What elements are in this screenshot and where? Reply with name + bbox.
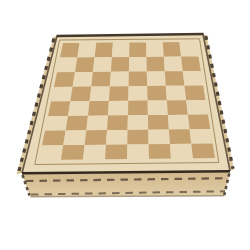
square-a1[interactable] — [39, 145, 63, 160]
square-d5[interactable] — [109, 86, 129, 101]
square-d2[interactable] — [106, 130, 128, 145]
square-g7[interactable] — [164, 57, 183, 72]
square-e7[interactable] — [129, 57, 147, 72]
square-b3[interactable] — [66, 116, 88, 131]
square-g1[interactable] — [170, 144, 193, 159]
square-e3[interactable] — [128, 115, 149, 130]
square-h4[interactable] — [186, 100, 208, 115]
square-g8[interactable] — [163, 42, 181, 57]
chess-box-svg — [0, 0, 250, 250]
square-h3[interactable] — [188, 115, 210, 130]
square-a8[interactable] — [60, 43, 80, 58]
square-h6[interactable] — [183, 71, 203, 86]
square-b4[interactable] — [68, 101, 90, 116]
chessboard — [39, 42, 215, 160]
square-c8[interactable] — [95, 43, 113, 58]
square-f6[interactable] — [147, 71, 166, 86]
square-d8[interactable] — [112, 43, 130, 58]
square-g3[interactable] — [168, 115, 190, 130]
square-c3[interactable] — [86, 116, 108, 131]
square-h7[interactable] — [181, 57, 201, 72]
square-c6[interactable] — [91, 72, 111, 87]
square-a4[interactable] — [48, 101, 70, 116]
square-a5[interactable] — [51, 87, 73, 102]
square-d3[interactable] — [107, 115, 128, 130]
square-b7[interactable] — [75, 57, 95, 72]
square-h1[interactable] — [191, 144, 215, 159]
square-h5[interactable] — [185, 86, 206, 101]
square-b8[interactable] — [77, 43, 96, 58]
square-f4[interactable] — [148, 100, 168, 115]
square-h8[interactable] — [179, 42, 198, 57]
square-a3[interactable] — [45, 116, 68, 131]
square-c5[interactable] — [90, 86, 110, 101]
square-g4[interactable] — [167, 100, 188, 115]
square-e6[interactable] — [129, 72, 148, 87]
square-b2[interactable] — [63, 130, 86, 145]
square-e8[interactable] — [129, 42, 146, 57]
square-f5[interactable] — [147, 86, 167, 101]
square-g2[interactable] — [169, 129, 191, 144]
square-f2[interactable] — [148, 129, 170, 144]
square-g6[interactable] — [165, 71, 185, 86]
square-d1[interactable] — [105, 144, 127, 159]
square-f7[interactable] — [147, 57, 165, 72]
square-f3[interactable] — [148, 115, 169, 130]
square-a2[interactable] — [42, 131, 66, 146]
square-b6[interactable] — [73, 72, 93, 87]
square-c7[interactable] — [93, 57, 112, 72]
square-a7[interactable] — [57, 58, 77, 73]
square-a6[interactable] — [54, 72, 75, 87]
square-b5[interactable] — [70, 87, 91, 102]
square-e5[interactable] — [128, 86, 147, 101]
square-g5[interactable] — [166, 86, 186, 101]
square-h2[interactable] — [190, 129, 213, 144]
square-f1[interactable] — [149, 144, 171, 159]
square-f8[interactable] — [146, 42, 164, 57]
square-c4[interactable] — [88, 101, 109, 116]
square-b1[interactable] — [61, 145, 85, 160]
box-bottom-edge — [31, 196, 225, 197]
square-c1[interactable] — [83, 145, 106, 160]
square-d4[interactable] — [108, 101, 128, 116]
square-e4[interactable] — [128, 101, 148, 116]
square-d7[interactable] — [111, 57, 129, 72]
square-e2[interactable] — [127, 130, 148, 145]
square-c2[interactable] — [85, 130, 107, 145]
square-e1[interactable] — [127, 144, 149, 159]
chess-box-photo — [0, 0, 250, 250]
square-d6[interactable] — [110, 72, 129, 87]
